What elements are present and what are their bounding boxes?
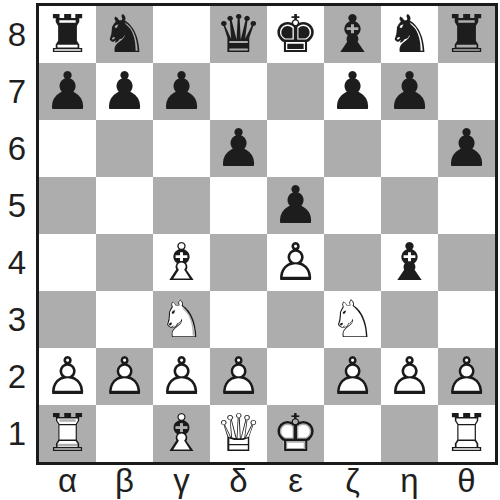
square-η5[interactable] — [381, 177, 438, 234]
piece-black-bishop: ♝ — [381, 234, 438, 291]
piece-white-king: ♚♔ — [267, 405, 324, 462]
piece-outline: ♙ — [267, 234, 324, 291]
rank-label-2: 2 — [0, 348, 34, 405]
square-ζ3[interactable]: ♞♘ — [324, 291, 381, 348]
square-β5[interactable] — [96, 177, 153, 234]
square-θ4[interactable] — [438, 234, 495, 291]
square-α5[interactable] — [39, 177, 96, 234]
square-β6[interactable] — [96, 120, 153, 177]
square-η2[interactable]: ♟♙ — [381, 348, 438, 405]
piece-black-pawn: ♟ — [267, 177, 324, 234]
piece-black-bishop: ♝ — [324, 6, 381, 63]
piece-black-pawn: ♟ — [153, 63, 210, 120]
square-α2[interactable]: ♟♙ — [39, 348, 96, 405]
piece-outline: ♕ — [210, 405, 267, 462]
piece-outline: ♙ — [96, 348, 153, 405]
square-ε3[interactable] — [267, 291, 324, 348]
square-α6[interactable] — [39, 120, 96, 177]
piece-white-pawn: ♟♙ — [267, 234, 324, 291]
rank-label-7: 7 — [0, 63, 34, 120]
piece-white-pawn: ♟♙ — [210, 348, 267, 405]
square-η6[interactable] — [381, 120, 438, 177]
board-grid: ♜♞♛♚♝♞♜♟♟♟♟♟♟♟♟♝♗♟♙♝♞♘♞♘♟♙♟♙♟♙♟♙♟♙♟♙♟♙♜♖… — [39, 6, 495, 462]
square-ζ8[interactable]: ♝ — [324, 6, 381, 63]
piece-white-bishop: ♝♗ — [153, 405, 210, 462]
file-label-θ: θ — [438, 464, 495, 498]
piece-outline: ♔ — [267, 405, 324, 462]
piece-black-knight: ♞ — [96, 6, 153, 63]
rank-label-4: 4 — [0, 234, 34, 291]
square-ε2[interactable] — [267, 348, 324, 405]
square-ζ4[interactable] — [324, 234, 381, 291]
piece-white-queen: ♛♕ — [210, 405, 267, 462]
piece-white-pawn: ♟♙ — [96, 348, 153, 405]
square-ζ7[interactable]: ♟ — [324, 63, 381, 120]
rank-label-1: 1 — [0, 405, 34, 462]
square-γ3[interactable]: ♞♘ — [153, 291, 210, 348]
file-label-β: β — [96, 464, 153, 498]
piece-outline: ♙ — [39, 348, 96, 405]
piece-outline: ♙ — [324, 348, 381, 405]
piece-white-pawn: ♟♙ — [438, 348, 495, 405]
file-label-ε: ε — [267, 464, 324, 498]
square-δ4[interactable] — [210, 234, 267, 291]
piece-black-pawn: ♟ — [96, 63, 153, 120]
square-β4[interactable] — [96, 234, 153, 291]
piece-outline: ♗ — [153, 234, 210, 291]
rank-label-8: 8 — [0, 6, 34, 63]
piece-outline: ♙ — [153, 348, 210, 405]
square-θ3[interactable] — [438, 291, 495, 348]
square-β7[interactable]: ♟ — [96, 63, 153, 120]
piece-outline: ♙ — [381, 348, 438, 405]
square-γ1[interactable]: ♝♗ — [153, 405, 210, 462]
square-α8[interactable]: ♜ — [39, 6, 96, 63]
piece-black-knight: ♞ — [381, 6, 438, 63]
square-η4[interactable]: ♝ — [381, 234, 438, 291]
square-β8[interactable]: ♞ — [96, 6, 153, 63]
square-α4[interactable] — [39, 234, 96, 291]
file-label-η: η — [381, 464, 438, 498]
square-γ4[interactable]: ♝♗ — [153, 234, 210, 291]
square-θ6[interactable]: ♟ — [438, 120, 495, 177]
square-η3[interactable] — [381, 291, 438, 348]
file-label-α: α — [39, 464, 96, 498]
rank-label-3: 3 — [0, 291, 34, 348]
square-ζ1[interactable] — [324, 405, 381, 462]
square-γ8[interactable] — [153, 6, 210, 63]
piece-black-queen: ♛ — [210, 6, 267, 63]
square-θ1[interactable]: ♜♖ — [438, 405, 495, 462]
rank-label-5: 5 — [0, 177, 34, 234]
square-δ3[interactable] — [210, 291, 267, 348]
piece-white-pawn: ♟♙ — [153, 348, 210, 405]
piece-black-rook: ♜ — [438, 6, 495, 63]
piece-black-pawn: ♟ — [438, 120, 495, 177]
piece-outline: ♙ — [438, 348, 495, 405]
square-α1[interactable]: ♜♖ — [39, 405, 96, 462]
square-γ6[interactable] — [153, 120, 210, 177]
rank-label-6: 6 — [0, 120, 34, 177]
file-labels: αβγδεζηθ — [39, 464, 495, 498]
piece-outline: ♘ — [324, 291, 381, 348]
piece-outline: ♗ — [153, 405, 210, 462]
square-θ8[interactable]: ♜ — [438, 6, 495, 63]
piece-black-rook: ♜ — [39, 6, 96, 63]
square-γ7[interactable]: ♟ — [153, 63, 210, 120]
square-β3[interactable] — [96, 291, 153, 348]
square-η8[interactable]: ♞ — [381, 6, 438, 63]
piece-outline: ♖ — [438, 405, 495, 462]
square-ζ6[interactable] — [324, 120, 381, 177]
square-ε8[interactable]: ♚ — [267, 6, 324, 63]
square-ζ5[interactable] — [324, 177, 381, 234]
file-label-γ: γ — [153, 464, 210, 498]
piece-outline: ♖ — [39, 405, 96, 462]
square-ε4[interactable]: ♟♙ — [267, 234, 324, 291]
square-δ6[interactable]: ♟ — [210, 120, 267, 177]
piece-outline: ♘ — [153, 291, 210, 348]
piece-white-bishop: ♝♗ — [153, 234, 210, 291]
square-θ5[interactable] — [438, 177, 495, 234]
file-label-δ: δ — [210, 464, 267, 498]
square-η1[interactable] — [381, 405, 438, 462]
square-ε6[interactable] — [267, 120, 324, 177]
square-α7[interactable]: ♟ — [39, 63, 96, 120]
square-ζ2[interactable]: ♟♙ — [324, 348, 381, 405]
square-η7[interactable]: ♟ — [381, 63, 438, 120]
chessboard: ♜♞♛♚♝♞♜♟♟♟♟♟♟♟♟♝♗♟♙♝♞♘♞♘♟♙♟♙♟♙♟♙♟♙♟♙♟♙♜♖… — [36, 3, 498, 465]
square-θ2[interactable]: ♟♙ — [438, 348, 495, 405]
piece-black-pawn: ♟ — [39, 63, 96, 120]
square-δ7[interactable] — [210, 63, 267, 120]
piece-outline: ♙ — [210, 348, 267, 405]
piece-black-pawn: ♟ — [381, 63, 438, 120]
piece-white-knight: ♞♘ — [324, 291, 381, 348]
square-γ2[interactable]: ♟♙ — [153, 348, 210, 405]
rank-labels: 87654321 — [0, 6, 34, 462]
piece-white-rook: ♜♖ — [39, 405, 96, 462]
piece-black-pawn: ♟ — [210, 120, 267, 177]
square-ε5[interactable]: ♟ — [267, 177, 324, 234]
square-δ1[interactable]: ♛♕ — [210, 405, 267, 462]
square-α3[interactable] — [39, 291, 96, 348]
square-δ5[interactable] — [210, 177, 267, 234]
piece-black-king: ♚ — [267, 6, 324, 63]
piece-white-knight: ♞♘ — [153, 291, 210, 348]
square-ε7[interactable] — [267, 63, 324, 120]
piece-white-pawn: ♟♙ — [324, 348, 381, 405]
piece-white-pawn: ♟♙ — [381, 348, 438, 405]
square-β1[interactable] — [96, 405, 153, 462]
piece-white-pawn: ♟♙ — [39, 348, 96, 405]
piece-white-rook: ♜♖ — [438, 405, 495, 462]
square-γ5[interactable] — [153, 177, 210, 234]
square-θ7[interactable] — [438, 63, 495, 120]
piece-black-pawn: ♟ — [324, 63, 381, 120]
square-β2[interactable]: ♟♙ — [96, 348, 153, 405]
square-ε1[interactable]: ♚♔ — [267, 405, 324, 462]
file-label-ζ: ζ — [324, 464, 381, 498]
square-δ8[interactable]: ♛ — [210, 6, 267, 63]
square-δ2[interactable]: ♟♙ — [210, 348, 267, 405]
